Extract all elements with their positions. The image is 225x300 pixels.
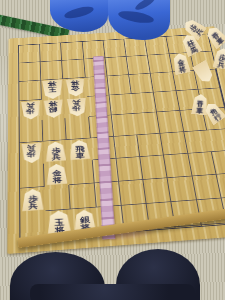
- piece-gote[interactable]: 歩 兵: [22, 143, 43, 164]
- piece-gote[interactable]: 歩 兵: [66, 98, 86, 117]
- board-cell[interactable]: [105, 57, 129, 77]
- piece-kanji: 歩 兵: [27, 101, 35, 114]
- shogi-board-grid: 王 将金 将歩 兵銀 将歩 兵歩 兵歩 兵飛 車金 将歩 兵玉 将銀 将: [18, 34, 225, 241]
- piece-gote[interactable]: 歩 兵: [21, 101, 41, 120]
- piece-kanji: 歩 兵: [51, 147, 60, 161]
- board-cell[interactable]: [40, 43, 62, 62]
- piece-sente[interactable]: 歩 兵: [22, 188, 44, 211]
- board-cell[interactable]: [137, 133, 164, 156]
- piece-kanji: 金 将: [52, 170, 61, 185]
- player-lap: [30, 284, 195, 300]
- piece-kanji: 歩 兵: [217, 54, 225, 70]
- board-cell[interactable]: [45, 185, 71, 211]
- piece-kanji: 王 将: [49, 80, 57, 92]
- piece-sente[interactable]: 飛 車: [69, 139, 90, 160]
- piece-kanji: 飛 車: [75, 146, 84, 160]
- piece-sente[interactable]: 歩 兵: [45, 141, 66, 162]
- piece-kanji: 金 将: [177, 58, 186, 74]
- board-cell[interactable]: [43, 119, 67, 142]
- piece-gote[interactable]: 金 将: [65, 79, 85, 97]
- board-cell[interactable]: [70, 183, 97, 209]
- piece-kanji: 歩 兵: [28, 195, 37, 211]
- piece-kanji: 桂 馬: [186, 39, 198, 55]
- piece-kanji: 香 車: [196, 100, 204, 116]
- board-cell[interactable]: [127, 55, 151, 75]
- piece-sente[interactable]: 金 将: [46, 163, 67, 185]
- board-cell[interactable]: [103, 39, 126, 58]
- board-cell[interactable]: [116, 157, 143, 182]
- board-cell[interactable]: [140, 155, 168, 180]
- board-cell[interactable]: [114, 135, 140, 159]
- board-cell[interactable]: [129, 74, 154, 94]
- board-cell[interactable]: [62, 59, 85, 79]
- board-cell[interactable]: [19, 81, 42, 102]
- board-cell[interactable]: [20, 163, 45, 188]
- board-cell[interactable]: [68, 160, 94, 185]
- board-cell[interactable]: [119, 180, 147, 206]
- board-cell[interactable]: [19, 44, 41, 63]
- shogi-photo-scene: 王 将金 将歩 兵銀 将歩 兵歩 兵歩 兵飛 車金 将歩 兵玉 将銀 将 歩 兵…: [0, 0, 225, 300]
- board-cell[interactable]: [19, 62, 41, 82]
- piece-kanji: 金 将: [71, 79, 79, 91]
- board-cell[interactable]: [107, 75, 131, 96]
- piece-gote[interactable]: 王 将: [42, 79, 63, 99]
- board-cell[interactable]: [112, 114, 138, 136]
- piece-gote[interactable]: 銀 将: [44, 100, 64, 119]
- board-cell[interactable]: [109, 94, 134, 115]
- board-cell[interactable]: [132, 93, 157, 114]
- piece-kanji: 歩 兵: [28, 143, 36, 157]
- piece-kanji: 歩 兵: [72, 99, 81, 112]
- board-cell[interactable]: [124, 38, 148, 57]
- piece-kanji: 銀 将: [49, 100, 57, 113]
- board-cell[interactable]: [41, 61, 64, 81]
- board-cell[interactable]: [134, 112, 160, 134]
- board-cell[interactable]: [20, 120, 44, 143]
- board-cell[interactable]: [61, 42, 84, 61]
- board-cell[interactable]: [66, 117, 91, 140]
